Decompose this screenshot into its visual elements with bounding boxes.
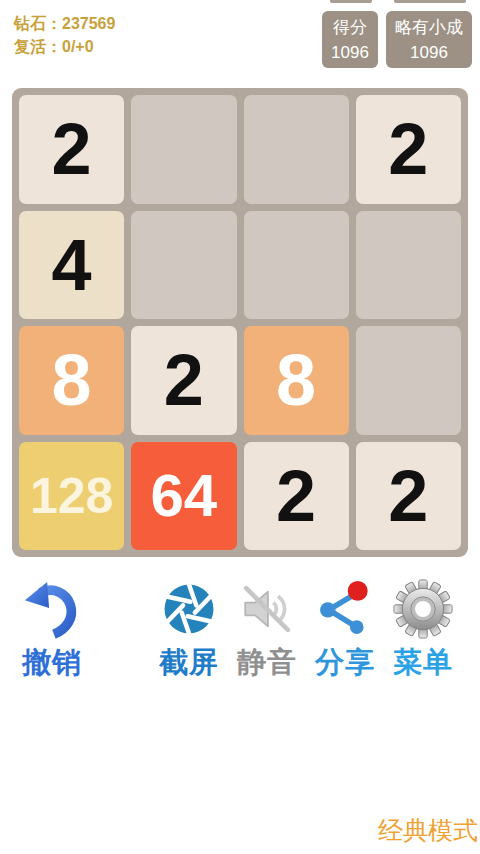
share-nodes-icon: [316, 578, 374, 640]
tile-2: 2: [244, 442, 349, 551]
empty-cell: [244, 211, 349, 320]
score-box: 得分 1096: [322, 11, 378, 68]
empty-cell: [244, 95, 349, 204]
menu-label: 菜单: [393, 643, 453, 683]
share-button[interactable]: 分享: [306, 578, 384, 683]
tile-2: 2: [356, 95, 461, 204]
empty-cell: [356, 326, 461, 435]
empty-cell: [356, 211, 461, 320]
tile-8: 8: [19, 326, 124, 435]
score-value: 1096: [331, 40, 369, 65]
header-counters: 钻石：237569 复活：0/+0: [14, 12, 115, 58]
game-screen: 钻石：237569 复活：0/+0 得分 1096 略有小成 1096 2248…: [0, 0, 480, 854]
tile-64: 64: [131, 442, 236, 551]
tile-2: 2: [356, 442, 461, 551]
top-edge-mark: [394, 0, 466, 3]
mute-label: 静音: [237, 643, 297, 683]
undo-button[interactable]: 撤销: [12, 578, 92, 683]
empty-cell: [131, 211, 236, 320]
best-value: 1096: [410, 40, 448, 65]
revive-count: 复活：0/+0: [14, 35, 115, 58]
score-label: 得分: [333, 15, 367, 40]
tile-2: 2: [19, 95, 124, 204]
screenshot-label: 截屏: [159, 643, 219, 683]
game-mode-label: 经典模式: [378, 814, 478, 847]
gear-icon: [393, 578, 453, 640]
game-board[interactable]: 2248281286422: [12, 88, 468, 557]
undo-label: 撤销: [22, 643, 82, 683]
camera-aperture-icon: [160, 578, 218, 640]
muted-speaker-icon: [238, 578, 296, 640]
best-score-box: 略有小成 1096: [386, 11, 472, 68]
undo-arrow-icon: [20, 578, 84, 640]
tile-8: 8: [244, 326, 349, 435]
tile-2: 2: [131, 326, 236, 435]
top-edge-mark: [330, 0, 372, 3]
menu-button[interactable]: 菜单: [384, 578, 462, 683]
empty-cell: [131, 95, 236, 204]
tile-128: 128: [19, 442, 124, 551]
diamond-count: 钻石：237569: [14, 12, 115, 35]
best-label: 略有小成: [395, 15, 463, 40]
share-label: 分享: [315, 643, 375, 683]
tile-4: 4: [19, 211, 124, 320]
toolbar: 撤销 截屏: [0, 578, 480, 683]
screenshot-button[interactable]: 截屏: [150, 578, 228, 683]
mute-button[interactable]: 静音: [228, 578, 306, 683]
